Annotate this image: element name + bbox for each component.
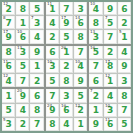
cell-digit-r9c4: 8 [49,120,55,129]
cell-digit-r7c2: 9 [20,92,26,101]
box-9: 72481103791165 [89,89,131,131]
cell-r4c8[interactable]: 2 [104,46,117,59]
cage-sum-r3c9: 5 [119,30,122,34]
cell-r8c6[interactable]: 122 [74,104,87,117]
cell-r1c6[interactable]: 3 [74,2,87,15]
cell-r4c4[interactable]: 6 [46,46,59,59]
box-6: 165247178961213 [89,46,131,88]
cell-r5c9[interactable]: 9 [118,60,131,73]
box-2: 111734179146258 [46,2,88,44]
cell-r7c5[interactable]: 3 [60,89,73,102]
cell-r8c8[interactable]: 103 [104,104,117,117]
cell-r3c3[interactable]: 4 [30,30,43,43]
cage-sum-r4c5: 26 [61,46,66,50]
cell-r5c5[interactable]: 2 [60,60,73,73]
cell-r5c6[interactable]: 104 [74,60,87,73]
cell-digit-r7c8: 4 [107,92,113,101]
cell-r5c4[interactable]: 103 [46,60,59,73]
cell-digit-r1c5: 7 [63,5,69,14]
cell-digit-r7c1: 1 [5,92,11,101]
cell-r7c4[interactable]: 7 [46,89,59,102]
cage-sum-r4c2: 13 [17,46,22,50]
cell-r4c6[interactable]: 7 [74,46,87,59]
cell-digit-r6c3: 2 [34,77,40,86]
cell-digit-r7c6: 5 [78,92,84,101]
cell-digit-r6c7: 6 [93,77,99,86]
cell-r1c9[interactable]: 6 [118,2,131,15]
cell-digit-r9c5: 4 [63,120,69,129]
cell-r9c4[interactable]: 8 [46,118,59,131]
cell-r7c7[interactable]: 72 [89,89,102,102]
cage-sum-r2c6: 14 [75,16,80,20]
cell-r1c4[interactable]: 111 [46,2,59,15]
cell-r3c7[interactable]: 133 [89,30,102,43]
cage-sum-r3c7: 13 [90,30,95,34]
cell-digit-r6c4: 5 [49,77,55,86]
cell-r2c9[interactable]: 2 [118,16,131,29]
cage-sum-r3c1: 17 [3,30,8,34]
cell-r9c3[interactable]: 7 [30,118,43,131]
cell-digit-r4c4: 6 [49,48,55,57]
cell-digit-r6c6: 9 [78,77,84,86]
cell-digit-r3c4: 2 [49,33,55,42]
cell-r6c5[interactable]: 8 [60,74,73,87]
box-4: 813391165112472 [2,46,44,88]
cage-sum-r6c1: 12 [3,74,8,78]
cell-digit-r4c3: 9 [34,48,40,57]
sudoku-boxes: 1228587173179106411173417914625810496875… [2,2,131,131]
cell-r3c4[interactable]: 2 [46,30,59,43]
cell-r6c6[interactable]: 9 [74,74,87,87]
cell-digit-r7c3: 6 [34,92,40,101]
cell-r2c4[interactable]: 4 [46,16,59,29]
cell-r9c7[interactable]: 9 [89,118,102,131]
cage-sum-r1c1: 12 [3,2,8,6]
cell-r1c8[interactable]: 9 [104,2,117,15]
box-8: 735249166122841 [46,89,88,131]
cell-r3c8[interactable]: 7 [104,30,117,43]
cage-sum-r7c2: 20 [17,89,22,93]
cell-r7c9[interactable]: 8 [118,89,131,102]
cell-digit-r1c8: 9 [107,5,113,14]
cell-r6c9[interactable]: 3 [118,74,131,87]
cell-digit-r3c9: 1 [121,33,127,42]
cell-r8c1[interactable]: 5 [2,104,15,117]
cell-r7c6[interactable]: 5 [74,89,87,102]
cell-r4c7[interactable]: 165 [89,46,102,59]
cell-r6c7[interactable]: 6 [89,74,102,87]
cage-sum-r1c7: 10 [90,2,95,6]
cell-r9c8[interactable]: 116 [104,118,117,131]
cell-r4c5[interactable]: 261 [60,46,73,59]
cell-r6c1[interactable]: 124 [2,74,15,87]
cell-r9c6[interactable]: 1 [74,118,87,131]
cell-digit-r8c9: 7 [121,106,127,115]
cell-r8c3[interactable]: 8 [30,104,43,117]
cell-r7c1[interactable]: 1 [2,89,15,102]
cell-r8c2[interactable]: 4 [16,104,29,117]
box-3: 104968752133751 [89,2,131,44]
cell-r1c2[interactable]: 8 [16,2,29,15]
cell-r6c2[interactable]: 7 [16,74,29,87]
cell-digit-r1c3: 5 [34,5,40,14]
cage-sum-r5c6: 10 [75,60,80,64]
cage-sum-r3c2: 10 [17,30,22,34]
cell-r3c9[interactable]: 51 [118,30,131,43]
cell-r5c7[interactable]: 7 [89,60,102,73]
cell-digit-r6c2: 7 [20,77,26,86]
cell-r7c2[interactable]: 209 [16,89,29,102]
cell-digit-r3c6: 8 [78,33,84,42]
cell-digit-r8c3: 8 [34,106,40,115]
cell-digit-r2c5: 9 [63,19,69,28]
cell-digit-r5c3: 1 [34,62,40,71]
cell-r6c3[interactable]: 2 [30,74,43,87]
cell-r1c1[interactable]: 122 [2,2,15,15]
cell-r9c2[interactable]: 2 [16,118,29,131]
cell-r1c7[interactable]: 104 [89,2,102,15]
cell-digit-r7c9: 8 [121,92,127,101]
cell-r2c3[interactable]: 73 [30,16,43,29]
cell-digit-r8c2: 4 [20,106,26,115]
cage-sum-r7c7: 7 [90,89,93,93]
cell-digit-r6c9: 3 [121,77,127,86]
cell-digit-r3c8: 7 [107,33,113,42]
cage-sum-r6c8: 12 [105,74,110,78]
cell-r8c5[interactable]: 166 [60,104,73,117]
cage-sum-r2c1: 8 [3,16,6,20]
cell-r7c3[interactable]: 6 [30,89,43,102]
cell-r9c1[interactable]: 53 [2,118,15,131]
cell-r9c9[interactable]: 5 [118,118,131,131]
cell-r2c5[interactable]: 179 [60,16,73,29]
box-5: 626171032104589 [46,46,88,88]
cage-sum-r1c4: 11 [47,2,52,6]
cell-r4c9[interactable]: 4 [118,46,131,59]
cell-digit-r1c9: 6 [121,5,127,14]
cell-digit-r1c6: 3 [78,5,84,14]
cell-r8c9[interactable]: 7 [118,104,131,117]
cage-sum-r5c8: 17 [105,60,110,64]
cell-r7c8[interactable]: 4 [104,89,117,102]
cell-digit-r9c7: 9 [93,120,99,129]
cell-digit-r9c2: 2 [20,120,26,129]
cell-digit-r2c2: 1 [20,19,26,28]
cell-r5c8[interactable]: 178 [104,60,117,73]
cage-sum-r5c4: 10 [47,60,52,64]
cell-digit-r3c3: 4 [34,33,40,42]
cell-r8c4[interactable]: 249 [46,104,59,117]
cell-digit-r3c1: 9 [5,33,11,42]
cell-digit-r2c9: 2 [121,19,127,28]
cell-r4c1[interactable]: 8 [2,46,15,59]
cell-digit-r3c2: 6 [20,33,26,42]
cell-r1c3[interactable]: 5 [30,2,43,15]
cell-digit-r8c7: 1 [93,106,99,115]
cell-digit-r8c1: 5 [5,106,11,115]
cage-sum-r8c4: 24 [47,104,52,108]
cage-sum-r8c8: 10 [105,104,110,108]
cage-sum-r9c8: 11 [105,118,110,122]
sudoku-board: 1228587173179106411173417914625810496875… [0,0,133,133]
cell-r9c5[interactable]: 4 [60,118,73,131]
cell-digit-r5c5: 2 [63,62,69,71]
cell-r8c7[interactable]: 1 [89,104,102,117]
cage-sum-r8c6: 12 [75,104,80,108]
cell-digit-r2c6: 6 [78,19,84,28]
cell-digit-r5c9: 9 [121,62,127,71]
cell-r3c5[interactable]: 5 [60,30,73,43]
cell-digit-r4c8: 2 [107,48,113,57]
cage-sum-r5c1: 11 [3,60,8,64]
cell-r2c6[interactable]: 146 [74,16,87,29]
cell-digit-r7c5: 3 [63,92,69,101]
cage-sum-r2c8: 7 [105,16,108,20]
cell-r2c2[interactable]: 1 [16,16,29,29]
cell-r5c3[interactable]: 1 [30,60,43,73]
cell-r2c7[interactable]: 8 [89,16,102,29]
cell-r4c3[interactable]: 9 [30,46,43,59]
cell-digit-r7c7: 2 [93,92,99,101]
cell-digit-r2c8: 5 [107,19,113,28]
cell-r4c2[interactable]: 133 [16,46,29,59]
cell-digit-r2c3: 3 [34,19,40,28]
cage-sum-r8c5: 16 [61,104,66,108]
cell-digit-r2c1: 7 [5,19,11,28]
cage-sum-r4c7: 16 [90,46,95,50]
cell-digit-r6c5: 8 [63,77,69,86]
cell-r1c5[interactable]: 7 [60,2,73,15]
cell-digit-r9c1: 3 [5,120,11,129]
cell-r2c1[interactable]: 87 [2,16,15,29]
cell-digit-r7c4: 7 [49,92,55,101]
cage-sum-r2c5: 17 [61,16,66,20]
cell-digit-r3c5: 5 [63,33,69,42]
cell-r6c4[interactable]: 5 [46,74,59,87]
cell-r3c2[interactable]: 106 [16,30,29,43]
cell-digit-r9c9: 5 [121,120,127,129]
cell-digit-r9c3: 7 [34,120,40,129]
cell-digit-r9c6: 1 [78,120,84,129]
cell-digit-r1c2: 8 [20,5,26,14]
cell-r6c8[interactable]: 121 [104,74,117,87]
cage-sum-r9c1: 5 [3,118,6,122]
box-1: 12285871731791064 [2,2,44,44]
cell-r5c2[interactable]: 5 [16,60,29,73]
cell-digit-r5c2: 5 [20,62,26,71]
cell-digit-r2c4: 4 [49,19,55,28]
cell-r3c6[interactable]: 8 [74,30,87,43]
cell-r2c8[interactable]: 75 [104,16,117,29]
box-7: 120965485327 [2,89,44,131]
cell-digit-r4c1: 8 [5,48,11,57]
cell-digit-r5c7: 7 [93,62,99,71]
cell-digit-r2c7: 8 [93,19,99,28]
cell-digit-r4c9: 4 [121,48,127,57]
cell-digit-r3c7: 3 [93,33,99,42]
cell-digit-r4c6: 7 [78,48,84,57]
cell-r3c1[interactable]: 179 [2,30,15,43]
cell-r5c1[interactable]: 116 [2,60,15,73]
